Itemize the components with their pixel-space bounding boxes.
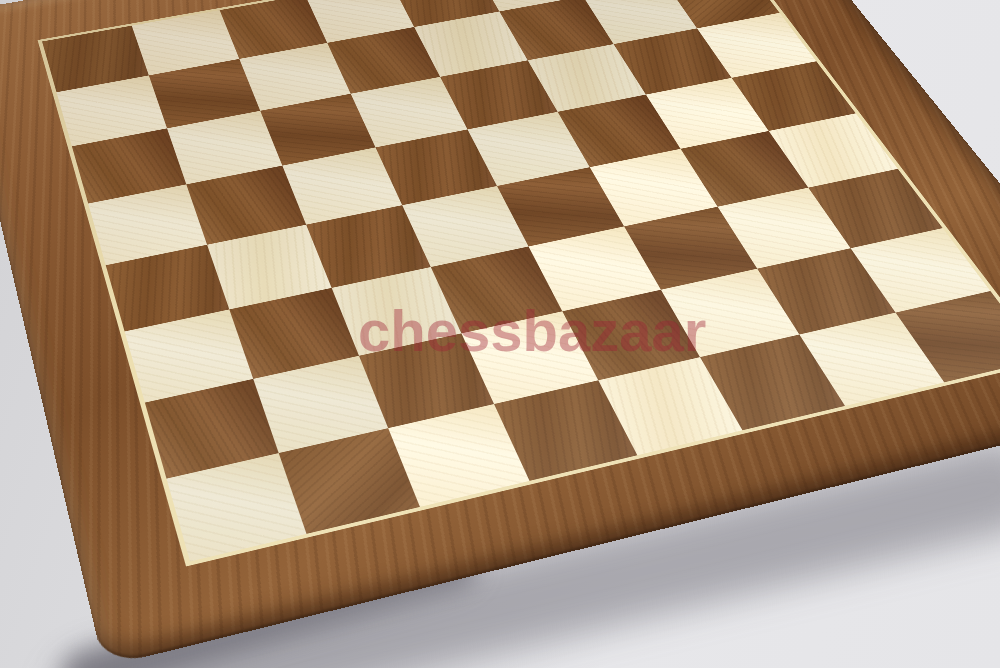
board-grid [42, 0, 1000, 562]
product-photo-scene: chessbazaar [0, 0, 1000, 668]
chess-board [0, 0, 1000, 667]
board-playing-area [38, 0, 1000, 566]
